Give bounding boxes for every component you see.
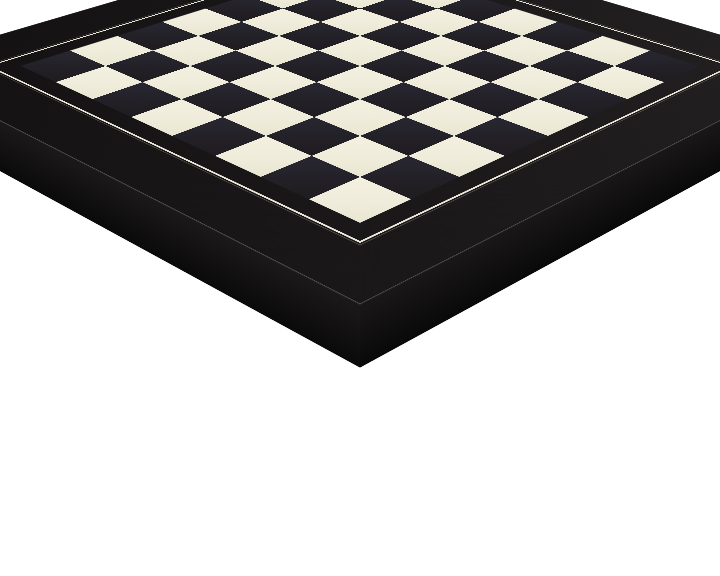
- product-photo: [0, 0, 720, 576]
- board-scene: [0, 0, 720, 576]
- chess-board: [0, 0, 720, 304]
